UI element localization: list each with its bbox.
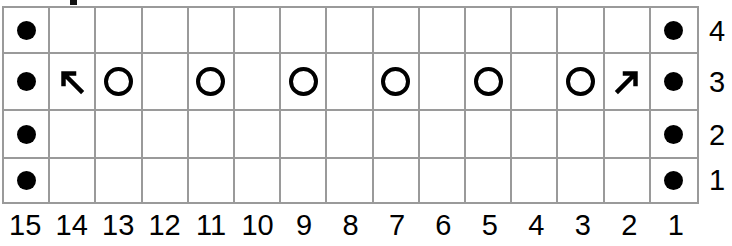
cell-r3-c5 [466, 54, 512, 111]
cell-r1-c10 [235, 159, 281, 202]
open-circle-symbol [104, 67, 133, 96]
column-label-2: 2 [606, 206, 652, 244]
cell-r2-c12 [143, 111, 189, 159]
cell-r1-c2 [605, 159, 651, 202]
cell-r3-c11 [189, 54, 235, 111]
column-label-3: 3 [560, 206, 606, 244]
cell-r1-c14 [50, 159, 96, 202]
cell-r1-c12 [143, 159, 189, 202]
cell-r4-c10 [235, 8, 281, 54]
row-label-1: 1 [703, 159, 731, 202]
cell-r2-c1 [651, 111, 697, 159]
column-label-4: 4 [513, 206, 559, 244]
cell-r1-c13 [96, 159, 142, 202]
cell-r1-c8 [327, 159, 373, 202]
column-label-5: 5 [467, 206, 513, 244]
arrow-up-left-arrow-icon [55, 65, 89, 99]
cell-r4-c9 [281, 8, 327, 54]
arrow-up-right-arrow-icon [610, 65, 644, 99]
cell-r2-c2 [605, 111, 651, 159]
cell-r3-c4 [512, 54, 558, 111]
cell-r3-c7 [374, 54, 420, 111]
cell-r3-c2 [605, 54, 651, 111]
cell-r4-c15 [4, 8, 50, 54]
cell-r2-c14 [50, 111, 96, 159]
cell-r1-c5 [466, 159, 512, 202]
cell-r2-c8 [327, 111, 373, 159]
cell-r3-c15 [4, 54, 50, 111]
knitting-chart-page: 4321 151413121110987654321 [0, 0, 732, 246]
black-dot-symbol [17, 125, 36, 144]
column-label-13: 13 [95, 206, 141, 244]
cell-r1-c1 [651, 159, 697, 202]
chart-grid [2, 6, 699, 204]
row-labels: 4321 [703, 8, 731, 202]
open-circle-symbol [196, 67, 225, 96]
cell-r3-c10 [235, 54, 281, 111]
cell-r1-c3 [558, 159, 604, 202]
cell-r4-c3 [558, 8, 604, 54]
cell-r2-c7 [374, 111, 420, 159]
cell-r3-c13 [96, 54, 142, 111]
cell-r2-c10 [235, 111, 281, 159]
cell-r4-c1 [651, 8, 697, 54]
open-circle-symbol [289, 67, 318, 96]
cropped-title-fragment [70, 0, 77, 5]
cell-r3-c3 [558, 54, 604, 111]
cell-r3-c6 [420, 54, 466, 111]
black-dot-symbol [664, 125, 683, 144]
cell-r4-c5 [466, 8, 512, 54]
black-dot-symbol [664, 21, 683, 40]
cell-r1-c9 [281, 159, 327, 202]
column-label-6: 6 [420, 206, 466, 244]
cell-r3-c1 [651, 54, 697, 111]
column-label-12: 12 [141, 206, 187, 244]
cell-r2-c6 [420, 111, 466, 159]
column-label-14: 14 [48, 206, 94, 244]
black-dot-symbol [664, 72, 683, 91]
column-label-10: 10 [234, 206, 280, 244]
row-label-3: 3 [703, 54, 731, 111]
column-label-7: 7 [374, 206, 420, 244]
cell-r3-c9 [281, 54, 327, 111]
cell-r2-c9 [281, 111, 327, 159]
black-dot-symbol [664, 171, 683, 190]
column-label-11: 11 [188, 206, 234, 244]
cell-r2-c13 [96, 111, 142, 159]
black-dot-symbol [17, 21, 36, 40]
cell-r1-c4 [512, 159, 558, 202]
cell-r4-c6 [420, 8, 466, 54]
open-circle-symbol [474, 67, 503, 96]
cell-r3-c8 [327, 54, 373, 111]
column-label-1: 1 [653, 206, 699, 244]
cell-r3-c12 [143, 54, 189, 111]
cell-r4-c13 [96, 8, 142, 54]
cell-r4-c8 [327, 8, 373, 54]
cell-r4-c4 [512, 8, 558, 54]
open-circle-symbol [566, 67, 595, 96]
black-dot-symbol [17, 171, 36, 190]
column-label-9: 9 [281, 206, 327, 244]
column-labels: 151413121110987654321 [2, 206, 699, 244]
cell-r4-c14 [50, 8, 96, 54]
cell-r2-c3 [558, 111, 604, 159]
cell-r2-c5 [466, 111, 512, 159]
cell-r1-c11 [189, 159, 235, 202]
cell-r4-c2 [605, 8, 651, 54]
cell-r3-c14 [50, 54, 96, 111]
cell-r2-c15 [4, 111, 50, 159]
cell-r4-c11 [189, 8, 235, 54]
column-label-15: 15 [2, 206, 48, 244]
open-circle-symbol [381, 67, 410, 96]
cell-r1-c7 [374, 159, 420, 202]
black-dot-symbol [17, 72, 36, 91]
row-label-2: 2 [703, 111, 731, 159]
cell-r4-c12 [143, 8, 189, 54]
cell-r4-c7 [374, 8, 420, 54]
cell-r1-c6 [420, 159, 466, 202]
cell-r2-c4 [512, 111, 558, 159]
row-label-4: 4 [703, 8, 731, 54]
cell-r1-c15 [4, 159, 50, 202]
column-label-8: 8 [327, 206, 373, 244]
cell-r2-c11 [189, 111, 235, 159]
